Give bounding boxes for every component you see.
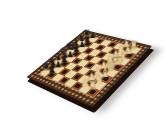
board-perspective-wrapper: ♜♞♝♛♚♝♞♜♟♟♟♟♟♟♟♟♟♟♟♟♟♟♟♟♜♞♝♛♚♝♞♜: [30, 4, 146, 120]
chess-set-photo: ♜♞♝♛♚♝♞♜♟♟♟♟♟♟♟♟♟♟♟♟♟♟♟♟♜♞♝♛♚♝♞♜: [0, 0, 166, 120]
board-scene: ♜♞♝♛♚♝♞♜♟♟♟♟♟♟♟♟♟♟♟♟♟♟♟♟♜♞♝♛♚♝♞♜: [27, 30, 153, 108]
chess-board[interactable]: ♜♞♝♛♚♝♞♜♟♟♟♟♟♟♟♟♟♟♟♟♟♟♟♟♜♞♝♛♚♝♞♜: [38, 35, 142, 99]
square-a1[interactable]: ♜: [85, 87, 99, 97]
